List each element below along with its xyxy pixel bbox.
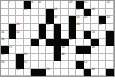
cell-7-5[interactable] [31,46,39,54]
cell-1-10[interactable]: 10 [69,1,77,9]
clue-number-16: 16 [91,8,94,12]
cell-8-10[interactable] [69,54,77,62]
cell-9-2[interactable] [9,61,17,69]
black-cell-2-12 [84,9,92,17]
cell-9-5[interactable] [31,61,39,69]
cell-7-2[interactable]: 38 [9,46,17,54]
cell-5-5[interactable] [31,31,39,39]
cell-9-13[interactable] [91,61,99,69]
cell-7-7[interactable] [46,46,54,54]
black-cell-5-12 [84,31,92,39]
black-cell-7-12 [84,46,92,54]
clue-number-20: 20 [54,16,57,20]
clue-number-27: 27 [99,23,102,27]
black-cell-6-9 [61,39,69,47]
cell-6-12[interactable] [84,39,92,47]
black-cell-5-8 [54,31,62,39]
black-cell-8-3 [16,54,24,62]
cell-5-13[interactable]: 33 [91,31,99,39]
cell-4-1[interactable] [1,24,9,32]
crossword-board: 7891011121314151620212223242526273132333… [0,0,115,77]
cell-4-13[interactable] [91,24,99,32]
clue-number-36: 36 [69,38,72,42]
clue-number-24: 24 [16,23,19,27]
cell-1-3[interactable] [16,1,24,9]
cell-5-11[interactable] [76,31,84,39]
black-cell-4-8 [54,24,62,32]
clue-number-38: 38 [9,46,12,50]
clue-number-32: 32 [16,31,19,35]
cell-3-8[interactable]: 20 [54,16,62,24]
cell-7-4[interactable] [24,46,32,54]
black-cell-4-10 [69,24,77,32]
black-cell-3-10 [69,16,77,24]
black-cell-8-8 [54,54,62,62]
clue-number-12: 12 [106,1,109,5]
cell-1-2[interactable]: 7 [9,1,17,9]
clue-number-40: 40 [91,46,94,50]
cell-9-6[interactable] [39,61,47,69]
clue-number-8: 8 [31,1,33,5]
cell-3-12[interactable]: 22 [84,16,92,24]
black-cell-6-13 [91,39,99,47]
cell-9-14[interactable] [99,61,107,69]
cell-10-13[interactable]: 60 [91,69,99,77]
cell-10-3[interactable]: 58 [16,69,24,77]
cell-2-11[interactable]: 15 [76,9,84,17]
cell-7-6[interactable] [39,46,47,54]
black-cell-5-2 [9,31,17,39]
cell-4-9[interactable] [61,24,69,32]
cell-5-1[interactable]: 31 [1,31,9,39]
cell-4-15[interactable] [106,24,114,32]
cell-2-3[interactable] [16,9,24,17]
cell-2-1[interactable] [1,9,9,17]
cell-1-13[interactable] [91,1,99,9]
cell-4-12[interactable] [84,24,92,32]
cell-1-1[interactable] [1,1,9,9]
cell-4-3[interactable]: 24 [16,24,24,32]
black-cell-1-4 [24,1,32,9]
cell-3-11[interactable]: 21 [76,16,84,24]
cell-2-5[interactable] [31,9,39,17]
cell-1-5[interactable]: 8 [31,1,39,9]
black-cell-7-8 [54,46,62,54]
cell-6-10[interactable]: 36 [69,39,77,47]
cell-2-13[interactable]: 16 [91,9,99,17]
clue-number-59: 59 [46,68,49,72]
clue-number-11: 11 [84,1,87,5]
cell-8-7[interactable] [46,54,54,62]
black-cell-6-8 [54,39,62,47]
black-cell-2-7 [46,9,54,17]
cell-4-14[interactable]: 27 [99,24,107,32]
cell-1-12[interactable]: 11 [84,1,92,9]
cell-9-8[interactable] [54,61,62,69]
cell-8-2[interactable] [9,54,17,62]
cell-8-4[interactable]: 45 [24,54,32,62]
cell-9-10[interactable] [69,61,77,69]
cell-8-1[interactable]: 44 [1,54,9,62]
cell-9-9[interactable] [61,61,69,69]
cell-5-4[interactable] [24,31,32,39]
black-cell-3-7 [46,16,54,24]
cell-6-4[interactable] [24,39,32,47]
clue-number-25: 25 [46,23,49,27]
black-cell-10-5 [31,69,39,77]
cell-2-8[interactable]: 14 [54,9,62,17]
clue-number-33: 33 [91,31,94,35]
cell-7-3[interactable] [16,46,24,54]
clue-number-10: 10 [69,1,72,5]
cell-4-11[interactable]: 26 [76,24,84,32]
cell-1-8[interactable] [54,1,62,9]
black-cell-5-15 [106,31,114,39]
black-cell-4-6 [39,24,47,32]
black-cell-1-11 [76,1,84,9]
cell-8-12[interactable] [84,54,92,62]
cell-5-7[interactable] [46,31,54,39]
clue-number-26: 26 [76,23,79,27]
clue-number-46: 46 [61,53,64,57]
cell-7-10[interactable] [69,46,77,54]
cell-10-10[interactable] [69,69,77,77]
black-cell-7-1 [1,46,9,54]
black-cell-6-5 [31,39,39,47]
cell-4-5[interactable] [31,24,39,32]
cell-5-3[interactable]: 32 [16,31,24,39]
cell-8-6[interactable] [39,54,47,62]
cell-2-10[interactable] [69,9,77,17]
cell-8-9[interactable]: 46 [61,54,69,62]
clue-number-7: 7 [9,1,11,5]
black-cell-6-15 [106,39,114,47]
cell-10-11[interactable] [76,69,84,77]
black-cell-7-11 [76,46,84,54]
cell-10-9[interactable] [61,69,69,77]
cell-6-11[interactable] [76,39,84,47]
black-cell-5-10 [69,31,77,39]
cell-10-4[interactable] [24,69,32,77]
clue-number-39: 39 [61,46,64,50]
cell-6-2[interactable] [9,39,17,47]
cell-5-14[interactable] [99,31,107,39]
clue-number-22: 22 [84,16,87,20]
clue-number-44: 44 [1,53,4,57]
clue-number-34: 34 [1,38,4,42]
cell-10-7[interactable]: 59 [46,69,54,77]
clue-number-15: 15 [76,8,79,12]
cell-4-7[interactable]: 25 [46,24,54,32]
cell-9-4[interactable]: 51 [24,61,32,69]
clue-number-21: 21 [76,16,79,20]
cell-3-1[interactable] [1,16,9,24]
cell-1-7[interactable] [46,1,54,9]
cell-8-11[interactable] [76,54,84,62]
black-cell-6-7 [46,39,54,47]
cell-3-13[interactable] [91,16,99,24]
cell-4-4[interactable] [24,24,32,32]
black-cell-10-6 [39,69,47,77]
cell-6-14[interactable] [99,39,107,47]
cell-9-1[interactable]: 50 [1,61,9,69]
cell-3-6[interactable] [39,16,47,24]
clue-number-9: 9 [39,1,41,5]
clue-number-23: 23 [106,16,109,20]
cell-8-13[interactable] [91,54,99,62]
cell-2-9[interactable] [61,9,69,17]
black-cell-9-3 [16,61,24,69]
cell-6-1[interactable]: 34 [1,39,9,47]
clue-number-45: 45 [24,53,27,57]
cell-10-1[interactable] [1,69,9,77]
cell-7-14[interactable] [99,46,107,54]
cell-7-15[interactable] [106,46,114,54]
cell-1-9[interactable] [61,1,69,9]
cell-3-15[interactable]: 23 [106,16,114,24]
cell-6-3[interactable] [16,39,24,47]
cell-10-14[interactable] [99,69,107,77]
cell-2-2[interactable] [9,9,17,17]
cell-9-15[interactable] [106,61,114,69]
cell-2-14[interactable] [99,9,107,17]
black-cell-10-12 [84,69,92,77]
black-cell-3-14 [99,16,107,24]
cell-6-6[interactable]: 35 [39,39,47,47]
cell-3-4[interactable] [24,16,32,24]
cell-2-4[interactable]: 13 [24,9,32,17]
clue-number-13: 13 [24,8,27,12]
cell-8-5[interactable] [31,54,39,62]
clue-number-60: 60 [91,68,94,72]
cell-7-9[interactable]: 39 [61,46,69,54]
cell-5-9[interactable] [61,31,69,39]
cell-1-15[interactable]: 12 [106,1,114,9]
clue-number-35: 35 [39,38,42,42]
cell-9-7[interactable] [46,61,54,69]
black-cell-10-15 [106,69,114,77]
cell-1-14[interactable] [99,1,107,9]
clue-number-52: 52 [84,61,87,65]
cell-10-2[interactable] [9,69,17,77]
cell-10-8[interactable] [54,69,62,77]
black-cell-5-6 [39,31,47,39]
cell-3-3[interactable] [16,16,24,24]
cell-2-6[interactable] [39,9,47,17]
cell-9-12[interactable]: 52 [84,61,92,69]
cell-2-15[interactable] [106,9,114,17]
clue-number-58: 58 [16,68,19,72]
cell-8-15[interactable] [106,54,114,62]
black-cell-4-2 [9,24,17,32]
cell-3-9[interactable] [61,16,69,24]
cell-7-13[interactable]: 40 [91,46,99,54]
clue-number-31: 31 [1,31,4,35]
cell-8-14[interactable] [99,54,107,62]
cell-3-2[interactable] [9,16,17,24]
cell-3-5[interactable] [31,16,39,24]
clue-number-50: 50 [1,61,4,65]
black-cell-9-11 [76,61,84,69]
clue-number-51: 51 [24,61,27,65]
clue-number-14: 14 [54,8,57,12]
cell-1-6[interactable]: 9 [39,1,47,9]
